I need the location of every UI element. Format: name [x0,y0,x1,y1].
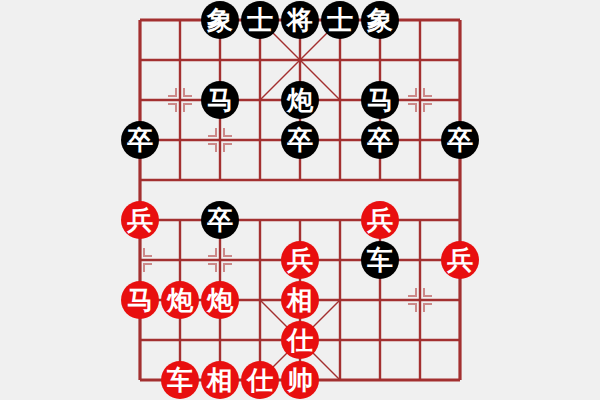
piece-black-pawn[interactable]: 卒 [441,121,479,159]
piece-black-elephant[interactable]: 象 [201,1,239,39]
piece-red-cannon[interactable]: 炮 [201,281,239,319]
piece-black-elephant[interactable]: 象 [361,1,399,39]
piece-black-pawn[interactable]: 卒 [361,121,399,159]
piece-red-advisor[interactable]: 仕 [241,361,279,399]
piece-red-elephant[interactable]: 相 [281,281,319,319]
piece-black-general[interactable]: 将 [281,1,319,39]
piece-black-horse[interactable]: 马 [201,81,239,119]
piece-black-pawn[interactable]: 卒 [281,121,319,159]
piece-black-horse[interactable]: 马 [361,81,399,119]
piece-red-chariot[interactable]: 车 [161,361,199,399]
piece-black-cannon[interactable]: 炮 [281,81,319,119]
piece-red-elephant[interactable]: 相 [201,361,239,399]
piece-black-chariot[interactable]: 车 [361,241,399,279]
piece-black-advisor[interactable]: 士 [241,1,279,39]
piece-black-pawn[interactable]: 卒 [201,201,239,239]
piece-red-pawn[interactable]: 兵 [281,241,319,279]
piece-red-pawn[interactable]: 兵 [121,201,159,239]
piece-red-pawn[interactable]: 兵 [361,201,399,239]
piece-red-general[interactable]: 帅 [281,361,319,399]
piece-black-pawn[interactable]: 卒 [121,121,159,159]
piece-red-horse[interactable]: 马 [121,281,159,319]
piece-red-cannon[interactable]: 炮 [161,281,199,319]
piece-red-pawn[interactable]: 兵 [441,241,479,279]
piece-black-advisor[interactable]: 士 [321,1,359,39]
piece-red-advisor[interactable]: 仕 [281,321,319,359]
xiangqi-app: 象士将士象马炮马卒卒卒卒卒车兵兵兵兵马炮炮相仕车相仕帅 [0,0,600,400]
pieces-layer: 象士将士象马炮马卒卒卒卒卒车兵兵兵兵马炮炮相仕车相仕帅 [0,0,600,400]
